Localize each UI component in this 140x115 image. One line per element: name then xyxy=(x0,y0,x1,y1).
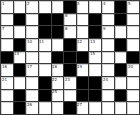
clue-number-9: 9 xyxy=(103,26,106,30)
clue-number-12: 12 xyxy=(77,39,82,43)
open-cell-r3c11[interactable] xyxy=(127,26,139,38)
open-cell-r1c3[interactable]: 2 xyxy=(26,1,38,13)
clue-number-4: 4 xyxy=(103,1,106,5)
open-cell-r8c5[interactable]: 25 xyxy=(52,90,64,102)
open-cell-r3c7[interactable] xyxy=(77,26,89,38)
clue-number-2: 2 xyxy=(27,1,30,5)
open-cell-r1c4[interactable] xyxy=(39,1,51,13)
open-cell-r2c1[interactable] xyxy=(1,14,13,26)
block-cell-r4c10 xyxy=(115,39,127,51)
open-cell-r4c9[interactable] xyxy=(102,39,114,51)
clue-number-17: 17 xyxy=(27,64,32,68)
open-cell-r9c5[interactable] xyxy=(52,102,64,114)
clue-number-20: 20 xyxy=(128,64,133,68)
block-cell-r2c8 xyxy=(89,14,101,26)
block-cell-r5c7 xyxy=(77,52,89,64)
block-cell-r9c2 xyxy=(14,102,26,114)
open-cell-r9c9[interactable] xyxy=(102,102,114,114)
block-cell-r8c2 xyxy=(14,90,26,102)
open-cell-r9c3[interactable]: 26 xyxy=(26,102,38,114)
open-cell-r7c10[interactable] xyxy=(115,77,127,89)
crossword-grid: 1234567891011121314151617181920212223242… xyxy=(0,0,140,115)
open-cell-r4c7[interactable]: 12 xyxy=(77,39,89,51)
open-cell-r2c3[interactable] xyxy=(26,14,38,26)
block-cell-r1c10 xyxy=(115,1,127,13)
open-cell-r4c1[interactable] xyxy=(1,39,13,51)
clue-number-7: 7 xyxy=(2,26,5,30)
open-cell-r7c2[interactable] xyxy=(14,77,26,89)
block-cell-r5c11 xyxy=(127,52,139,64)
crossword-puzzle: 1234567891011121314151617181920212223242… xyxy=(0,0,140,115)
open-cell-r1c9[interactable]: 4 xyxy=(102,1,114,13)
block-cell-r7c8 xyxy=(89,77,101,89)
open-cell-r7c6[interactable]: 23 xyxy=(64,77,76,89)
clue-number-26: 26 xyxy=(27,102,32,106)
clue-number-18: 18 xyxy=(52,64,57,68)
open-cell-r2c9[interactable] xyxy=(102,14,114,26)
clue-number-23: 23 xyxy=(65,77,70,81)
open-cell-r6c7[interactable]: 19 xyxy=(77,64,89,76)
block-cell-r4c6 xyxy=(64,39,76,51)
block-cell-r4c2 xyxy=(14,39,26,51)
open-cell-r4c4[interactable]: 11 xyxy=(39,39,51,51)
clue-number-13: 13 xyxy=(90,39,95,43)
block-cell-r6c6 xyxy=(64,64,76,76)
open-cell-r8c11[interactable] xyxy=(127,90,139,102)
open-cell-r6c9[interactable] xyxy=(102,64,114,76)
open-cell-r1c1[interactable]: 1 xyxy=(1,1,13,13)
clue-number-24: 24 xyxy=(103,77,108,81)
open-cell-r6c5[interactable]: 18 xyxy=(52,64,64,76)
open-cell-r9c11[interactable] xyxy=(127,102,139,114)
open-cell-r1c8[interactable] xyxy=(89,1,101,13)
open-cell-r9c4[interactable] xyxy=(39,102,51,114)
open-cell-r5c2[interactable]: 14 xyxy=(14,52,26,64)
open-cell-r7c1[interactable]: 21 xyxy=(1,77,13,89)
open-cell-r6c4[interactable] xyxy=(39,64,51,76)
clue-number-6: 6 xyxy=(65,14,68,18)
block-cell-r8c10 xyxy=(115,90,127,102)
block-cell-r2c4 xyxy=(39,14,51,26)
open-cell-r5c9[interactable] xyxy=(102,52,114,64)
block-cell-r7c7 xyxy=(77,77,89,89)
block-cell-r1c6 xyxy=(64,1,76,13)
block-cell-r6c10 xyxy=(115,64,127,76)
clue-number-14: 14 xyxy=(14,52,19,56)
open-cell-r5c4[interactable] xyxy=(39,52,51,64)
open-cell-r3c9[interactable]: 9 xyxy=(102,26,114,38)
open-cell-r3c10[interactable] xyxy=(115,26,127,38)
open-cell-r2c6[interactable]: 6 xyxy=(64,14,76,26)
block-cell-r8c8 xyxy=(89,90,101,102)
open-cell-r2c11[interactable] xyxy=(127,14,139,26)
clue-number-10: 10 xyxy=(27,39,32,43)
block-cell-r9c6 xyxy=(64,102,76,114)
block-cell-r6c2 xyxy=(14,64,26,76)
open-cell-r8c1[interactable] xyxy=(1,90,13,102)
open-cell-r8c3[interactable] xyxy=(26,90,38,102)
block-cell-r3c5 xyxy=(52,26,64,38)
block-cell-r5c5 xyxy=(52,52,64,64)
open-cell-r6c1[interactable]: 16 xyxy=(1,64,13,76)
clue-number-8: 8 xyxy=(65,26,68,30)
clue-number-5: 5 xyxy=(128,1,131,5)
block-cell-r5c6 xyxy=(64,52,76,64)
open-cell-r9c7[interactable]: 27 xyxy=(77,102,89,114)
clue-number-22: 22 xyxy=(52,77,57,81)
open-cell-r9c10[interactable] xyxy=(115,102,127,114)
clue-number-25: 25 xyxy=(52,90,57,94)
clue-number-16: 16 xyxy=(2,64,7,68)
open-cell-r5c10[interactable] xyxy=(115,52,127,64)
open-cell-r7c5[interactable]: 22 xyxy=(52,77,64,89)
clue-number-19: 19 xyxy=(77,64,82,68)
clue-number-27: 27 xyxy=(77,102,82,106)
open-cell-r6c8[interactable] xyxy=(89,64,101,76)
open-cell-r9c1[interactable] xyxy=(1,102,13,114)
block-cell-r2c10 xyxy=(115,14,127,26)
open-cell-r4c8[interactable]: 13 xyxy=(89,39,101,51)
open-cell-r2c7[interactable] xyxy=(77,14,89,26)
open-cell-r6c11[interactable]: 20 xyxy=(127,64,139,76)
block-cell-r2c2 xyxy=(14,14,26,26)
open-cell-r7c9[interactable]: 24 xyxy=(102,77,114,89)
clue-number-11: 11 xyxy=(39,39,44,43)
block-cell-r8c7 xyxy=(77,90,89,102)
block-cell-r3c8 xyxy=(89,26,101,38)
open-cell-r3c2[interactable] xyxy=(14,26,26,38)
open-cell-r9c8[interactable] xyxy=(89,102,101,114)
open-cell-r7c11[interactable] xyxy=(127,77,139,89)
clue-number-1: 1 xyxy=(2,1,5,5)
block-cell-r8c4 xyxy=(39,90,51,102)
open-cell-r4c3[interactable]: 10 xyxy=(26,39,38,51)
open-cell-r1c7[interactable]: 3 xyxy=(77,1,89,13)
block-cell-r7c4 xyxy=(39,77,51,89)
open-cell-r5c8[interactable]: 15 xyxy=(89,52,101,64)
open-cell-r7c3[interactable] xyxy=(26,77,38,89)
open-cell-r1c11[interactable]: 5 xyxy=(127,1,139,13)
open-cell-r3c3[interactable] xyxy=(26,26,38,38)
open-cell-r8c6[interactable] xyxy=(64,90,76,102)
open-cell-r1c2[interactable] xyxy=(14,1,26,13)
open-cell-r8c9[interactable] xyxy=(102,90,114,102)
block-cell-r2c5 xyxy=(52,14,64,26)
open-cell-r6c3[interactable]: 17 xyxy=(26,64,38,76)
clue-number-3: 3 xyxy=(77,1,80,5)
open-cell-r4c11[interactable] xyxy=(127,39,139,51)
open-cell-r1c5[interactable] xyxy=(52,1,64,13)
open-cell-r4c5[interactable] xyxy=(52,39,64,51)
block-cell-r3c4 xyxy=(39,26,51,38)
clue-number-21: 21 xyxy=(2,77,7,81)
block-cell-r5c1 xyxy=(1,52,13,64)
open-cell-r5c3[interactable] xyxy=(26,52,38,64)
open-cell-r3c1[interactable]: 7 xyxy=(1,26,13,38)
open-cell-r3c6[interactable]: 8 xyxy=(64,26,76,38)
clue-number-15: 15 xyxy=(90,52,95,56)
